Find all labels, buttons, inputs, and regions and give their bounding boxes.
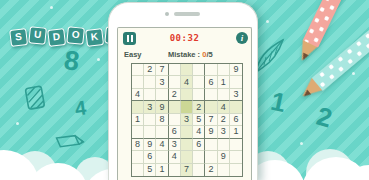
sudoku-cell-r4c8[interactable]: 4: [218, 101, 230, 113]
sudoku-cell-r8c4[interactable]: 4: [169, 151, 181, 163]
sparkle-dot: [266, 20, 269, 23]
sparkle-dot: [300, 142, 303, 145]
sudoku-cell-r9c4[interactable]: [169, 164, 181, 176]
sudoku-cell-r9c6[interactable]: [193, 164, 205, 176]
sudoku-cell-r9c1[interactable]: [132, 164, 144, 176]
sudoku-cell-r5c7[interactable]: 7: [205, 114, 217, 126]
sudoku-cell-r7c2[interactable]: 9: [144, 139, 156, 151]
decor-number-2: 2: [313, 101, 335, 135]
sudoku-cell-r3c1[interactable]: 4: [132, 89, 144, 101]
sudoku-cell-r9c2[interactable]: 5: [144, 164, 156, 176]
sudoku-cell-r7c7[interactable]: [205, 139, 217, 151]
sudoku-cell-r1c2[interactable]: 2: [144, 64, 156, 76]
sudoku-cell-r3c6[interactable]: [193, 89, 205, 101]
sparkle-dot: [16, 122, 19, 125]
sudoku-cell-r3c9[interactable]: 3: [230, 89, 242, 101]
sudoku-cell-r6c9[interactable]: 1: [230, 126, 242, 138]
sudoku-cell-r5c5[interactable]: 3: [181, 114, 193, 126]
mistake-label: Mistake :: [168, 50, 200, 59]
sudoku-cell-r4c1[interactable]: [132, 101, 144, 113]
sudoku-cell-r6c3[interactable]: [156, 126, 168, 138]
sudoku-cell-r7c3[interactable]: 4: [156, 139, 168, 151]
sudoku-cell-r3c5[interactable]: [181, 89, 193, 101]
sudoku-cell-r5c8[interactable]: 2: [218, 114, 230, 126]
sparkle-dot: [50, 6, 53, 9]
sudoku-cell-r7c9[interactable]: [230, 139, 242, 151]
logo-letter-tile-s0: S: [9, 28, 28, 47]
sudoku-cell-r7c1[interactable]: 8: [132, 139, 144, 151]
sudoku-cell-r8c9[interactable]: [230, 151, 242, 163]
sudoku-cell-r2c8[interactable]: 1: [218, 76, 230, 88]
logo-letter-tile-d2: D: [47, 28, 66, 47]
sudoku-cell-r1c6[interactable]: [193, 64, 205, 76]
sudoku-cell-r1c3[interactable]: 7: [156, 64, 168, 76]
phone-camera-dot: [165, 12, 169, 16]
sparkle-dot: [352, 72, 355, 75]
sudoku-cell-r4c9[interactable]: [230, 101, 242, 113]
app-screen: 00:32 i Easy Mistake : 0/5 2793461423392…: [117, 27, 252, 180]
sudoku-cell-r4c7[interactable]: [205, 101, 217, 113]
sudoku-cell-r2c2[interactable]: [144, 76, 156, 88]
promo-banner: SUDOKU 8 4 1 2 6: [0, 0, 369, 180]
sudoku-cell-r2c3[interactable]: 3: [156, 76, 168, 88]
sudoku-cell-r9c7[interactable]: 2: [205, 164, 217, 176]
sudoku-board: 27934614233924183572664931894366495172: [131, 63, 243, 177]
pencil-sketch-icon: [53, 131, 87, 155]
sudoku-cell-r7c4[interactable]: 3: [169, 139, 181, 151]
game-timer: 00:32: [118, 33, 251, 43]
sudoku-cell-r6c1[interactable]: [132, 126, 144, 138]
sudoku-cell-r1c4[interactable]: [169, 64, 181, 76]
sudoku-cell-r8c1[interactable]: [132, 151, 144, 163]
sudoku-cell-r5c9[interactable]: 6: [230, 114, 242, 126]
sudoku-cell-r7c6[interactable]: 6: [193, 139, 205, 151]
sparkle-dot: [97, 58, 100, 61]
sudoku-cell-r7c5[interactable]: [181, 139, 193, 151]
sudoku-cell-r8c8[interactable]: 9: [218, 151, 230, 163]
sudoku-cell-r3c7[interactable]: [205, 89, 217, 101]
phone-speaker: [174, 12, 200, 16]
logo-letter-tile-o3: O: [66, 26, 85, 45]
sudoku-cell-r4c3[interactable]: 9: [156, 101, 168, 113]
sudoku-cell-r3c3[interactable]: [156, 89, 168, 101]
sudoku-cell-r1c7[interactable]: [205, 64, 217, 76]
decor-number-1: 1: [268, 86, 289, 119]
sudoku-cell-r8c3[interactable]: [156, 151, 168, 163]
sudoku-cell-r5c1[interactable]: 1: [132, 114, 144, 126]
logo-letter-tile-u1: U: [28, 26, 47, 45]
sudoku-cell-r2c9[interactable]: [230, 76, 242, 88]
sudoku-cell-r8c5[interactable]: [181, 151, 193, 163]
eraser-sketch-icon: [23, 82, 50, 113]
sudoku-cell-r9c8[interactable]: [218, 164, 230, 176]
info-button[interactable]: i: [236, 32, 248, 44]
sudoku-cell-r1c5[interactable]: [181, 64, 193, 76]
sudoku-cell-r2c6[interactable]: [193, 76, 205, 88]
sudoku-cell-r7c8[interactable]: [218, 139, 230, 151]
sudoku-cell-r3c8[interactable]: [218, 89, 230, 101]
decor-number-4: 4: [73, 96, 87, 120]
sudoku-cell-r1c9[interactable]: 9: [230, 64, 242, 76]
sudoku-cell-r6c5[interactable]: [181, 126, 193, 138]
sudoku-cell-r1c1[interactable]: [132, 64, 144, 76]
sudoku-cell-r6c4[interactable]: 6: [169, 126, 181, 138]
sudoku-cell-r4c4[interactable]: [169, 101, 181, 113]
logo-letter-tile-k4: K: [85, 28, 104, 47]
sudoku-cell-r6c6[interactable]: 4: [193, 126, 205, 138]
sudoku-cell-r8c7[interactable]: [205, 151, 217, 163]
sudoku-cell-r3c2[interactable]: [144, 89, 156, 101]
sudoku-cell-r9c3[interactable]: 1: [156, 164, 168, 176]
sudoku-cell-r9c9[interactable]: [230, 164, 242, 176]
sudoku-cell-r6c8[interactable]: 3: [218, 126, 230, 138]
sudoku-cell-r4c6[interactable]: 2: [193, 101, 205, 113]
sudoku-cell-r6c2[interactable]: [144, 126, 156, 138]
sudoku-cell-r4c2[interactable]: 3: [144, 101, 156, 113]
sudoku-cell-r6c7[interactable]: 9: [205, 126, 217, 138]
sudoku-cell-r4c5[interactable]: [181, 101, 193, 113]
mistake-max: /5: [206, 50, 212, 59]
difficulty-label: Easy: [124, 50, 142, 59]
sudoku-cell-r1c8[interactable]: [218, 64, 230, 76]
sudoku-cell-r2c1[interactable]: [132, 76, 144, 88]
sudoku-cell-r8c2[interactable]: 6: [144, 151, 156, 163]
sudoku-cell-r8c6[interactable]: [193, 151, 205, 163]
sudoku-cell-r5c6[interactable]: 5: [193, 114, 205, 126]
sudoku-cell-r5c2[interactable]: [144, 114, 156, 126]
mistake-counter: Mistake : 0/5: [168, 50, 213, 59]
phone-mockup: 00:32 i Easy Mistake : 0/5 2793461423392…: [108, 2, 258, 180]
pencil-body: [303, 0, 362, 48]
sudoku-logo: SUDOKU: [10, 28, 122, 45]
sudoku-cell-r5c4[interactable]: [169, 114, 181, 126]
sudoku-cell-r2c7[interactable]: 6: [205, 76, 217, 88]
sudoku-cell-r2c4[interactable]: [169, 76, 181, 88]
sudoku-cell-r2c5[interactable]: 4: [181, 76, 193, 88]
sudoku-cell-r9c5[interactable]: 7: [181, 164, 193, 176]
sudoku-cell-r5c3[interactable]: 8: [156, 114, 168, 126]
sudoku-cell-r3c4[interactable]: 2: [169, 89, 181, 101]
decor-number-8: 8: [62, 45, 81, 78]
